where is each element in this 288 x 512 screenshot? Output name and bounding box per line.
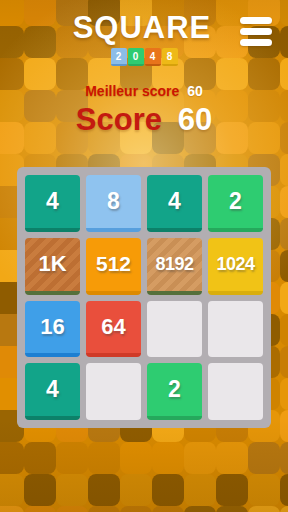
tile-4-r4c1: 4 [25,363,80,420]
tile-4-r1c1: 4 [25,175,80,232]
best-score-label: Meilleur score [85,83,179,99]
tile-2-r1c4: 2 [208,175,263,232]
hamburger-menu-icon[interactable] [240,17,272,47]
score-label: Score [76,102,162,137]
tile-512-r2c2: 512 [86,238,141,295]
best-score-value: 60 [187,83,203,99]
tile-2-r4c3: 2 [147,363,202,420]
tile-64-r3c2: 64 [86,301,141,358]
logo-2048-tiles: 2048 [0,48,288,66]
score-value: 60 [178,102,212,137]
empty-cell-r4c2 [86,363,141,420]
game-board[interactable]: 48421K51281921024166442 [17,167,271,428]
tile-16-r3c1: 16 [25,301,80,358]
tile-8-r1c2: 8 [86,175,141,232]
empty-cell-r3c4 [208,301,263,358]
score-line: Score 60 [0,102,288,138]
logo-tile-2: 2 [111,48,127,66]
tile-4-r1c3: 4 [147,175,202,232]
tile-1024-r2c4: 1024 [208,238,263,295]
empty-cell-r3c3 [147,301,202,358]
logo-tile-0: 0 [128,48,144,66]
logo-tile-4: 4 [145,48,161,66]
app-screen: SQUARE 2048 Meilleur score 60 Score 60 4… [0,0,288,512]
logo-tile-8: 8 [162,48,178,66]
best-score-line: Meilleur score 60 [0,83,288,99]
empty-cell-r4c4 [208,363,263,420]
header: SQUARE [0,10,288,48]
tile-1K-r2c1: 1K [25,238,80,295]
tile-8192-r2c3: 8192 [147,238,202,295]
